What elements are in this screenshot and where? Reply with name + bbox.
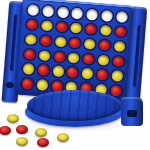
cell-r3c3-yellow-disc[interactable] — [55, 36, 67, 47]
loose-red-disc-3[interactable] — [16, 125, 28, 134]
cell-r5c3-yellow-disc[interactable] — [52, 66, 64, 77]
cell-r3c6-red-disc[interactable] — [99, 40, 111, 51]
cell-r6c1-red-disc[interactable] — [21, 78, 33, 89]
right-foot — [121, 97, 143, 126]
cell-r1c2-empty-hole[interactable] — [42, 6, 54, 17]
cell-r4c7-red-disc[interactable] — [113, 56, 125, 67]
loose-yellow-disc-5[interactable] — [16, 137, 28, 146]
cell-r2c3-red-disc[interactable] — [56, 21, 68, 32]
loose-yellow-disc-4[interactable] — [35, 128, 47, 137]
cell-r2c2-yellow-disc[interactable] — [41, 20, 53, 31]
cell-r2c7-red-disc[interactable] — [115, 26, 127, 37]
cell-r5c7-yellow-disc[interactable] — [111, 70, 123, 81]
cell-r3c2-red-disc[interactable] — [40, 35, 52, 46]
grid-panel — [15, 0, 134, 103]
cell-r1c7-empty-hole[interactable] — [116, 11, 128, 22]
cell-r2c5-red-disc[interactable] — [85, 24, 97, 35]
cell-r4c5-red-disc[interactable] — [83, 53, 95, 64]
right-foot-slot — [127, 110, 137, 117]
right-arm-slot — [133, 25, 142, 87]
loose-yellow-disc-7[interactable] — [57, 133, 69, 142]
loose-red-disc-2[interactable] — [0, 126, 11, 135]
left-arm-hole — [6, 82, 14, 89]
cell-r1c3-empty-hole[interactable] — [57, 7, 69, 18]
cell-r5c4-red-disc[interactable] — [67, 67, 79, 78]
cell-r1c5-empty-hole[interactable] — [87, 9, 99, 20]
cell-r2c1-red-disc[interactable] — [26, 19, 38, 30]
cell-r4c3-red-disc[interactable] — [53, 51, 65, 62]
cell-r1c6-empty-hole[interactable] — [101, 10, 113, 21]
cell-r6c7-red-disc[interactable] — [110, 85, 122, 96]
cell-r3c5-yellow-disc[interactable] — [84, 39, 96, 50]
cell-r5c5-yellow-disc[interactable] — [82, 68, 94, 79]
cell-r4c4-yellow-disc[interactable] — [68, 52, 80, 63]
cell-r6c2-yellow-disc[interactable] — [36, 79, 48, 90]
cell-r5c2-red-disc[interactable] — [37, 65, 49, 76]
board-grid — [19, 2, 130, 99]
cell-r3c7-yellow-disc[interactable] — [114, 41, 126, 52]
cell-r3c1-yellow-disc[interactable] — [25, 34, 37, 45]
base-tray — [27, 90, 122, 121]
cell-r4c6-yellow-disc[interactable] — [98, 55, 110, 66]
cell-r2c6-yellow-disc[interactable] — [100, 25, 112, 36]
cell-r4c1-red-disc[interactable] — [24, 49, 36, 60]
cell-r4c2-yellow-disc[interactable] — [39, 50, 51, 61]
cell-r1c1-empty-hole[interactable] — [27, 4, 39, 15]
connect-four-product-photo — [0, 0, 150, 150]
cell-r3c4-red-disc[interactable] — [69, 37, 81, 48]
cell-r5c6-red-disc[interactable] — [97, 69, 109, 80]
cell-r5c1-yellow-disc[interactable] — [23, 63, 35, 74]
cell-r2c4-yellow-disc[interactable] — [71, 23, 83, 34]
cell-r1c4-empty-hole[interactable] — [72, 8, 84, 19]
loose-yellow-disc-1[interactable] — [7, 114, 19, 123]
loose-red-disc-6[interactable] — [37, 138, 49, 147]
